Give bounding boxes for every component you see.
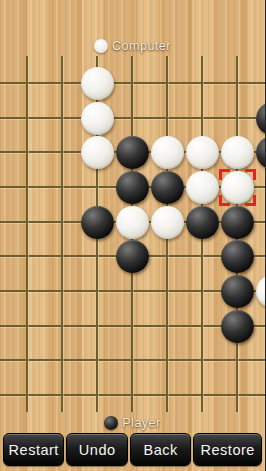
stone-black [256, 102, 266, 135]
stone-black [221, 275, 254, 308]
computer-label: Computer [112, 39, 171, 53]
black-stone-icon [104, 416, 118, 430]
player-indicator: Player [0, 415, 265, 431]
stone-black [116, 240, 149, 273]
stone-white [151, 136, 184, 169]
board[interactable] [0, 0, 265, 471]
stone-black [221, 240, 254, 273]
stone-white [81, 136, 114, 169]
stone-white [256, 275, 266, 308]
stone-black [186, 206, 219, 239]
button-bar: Restart Undo Back Restore [0, 433, 265, 466]
last-move-marker [219, 169, 256, 206]
stone-white [81, 102, 114, 135]
restart-button[interactable]: Restart [3, 433, 64, 466]
stone-black [151, 171, 184, 204]
stone-black [116, 171, 149, 204]
white-stone-icon [94, 39, 108, 53]
stone-white [221, 136, 254, 169]
stone-black [256, 136, 266, 169]
restore-button[interactable]: Restore [193, 433, 262, 466]
stone-white [186, 171, 219, 204]
back-button[interactable]: Back [130, 433, 191, 466]
stone-black [221, 206, 254, 239]
grid-line-v [61, 56, 63, 412]
stone-white [81, 67, 114, 100]
player-label: Player [122, 416, 160, 430]
stone-white [116, 206, 149, 239]
stone-white [151, 206, 184, 239]
undo-button[interactable]: Undo [66, 433, 127, 466]
computer-indicator: Computer [0, 38, 265, 54]
app-screen: Computer Player Restart Undo Back Restor… [0, 0, 265, 471]
stone-black [116, 136, 149, 169]
stone-black [221, 310, 254, 343]
stone-white [186, 136, 219, 169]
grid-line-v [26, 56, 28, 412]
stone-black [81, 206, 114, 239]
